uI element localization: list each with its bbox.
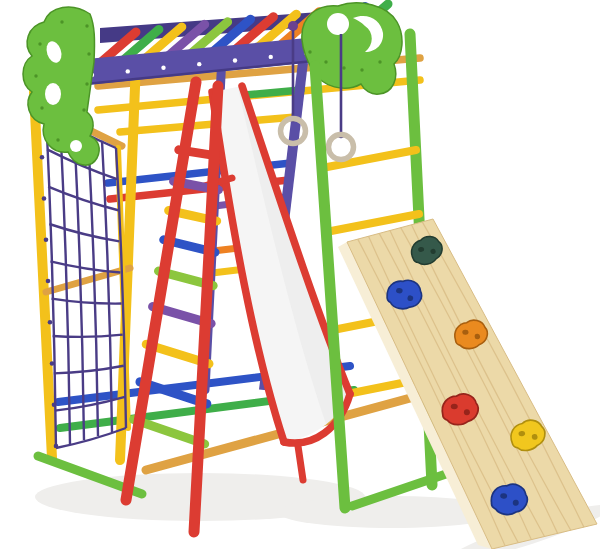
- net-knot: [54, 444, 59, 449]
- screw-dot: [161, 66, 165, 70]
- panel-screw: [56, 138, 59, 141]
- rope-knot: [288, 21, 298, 31]
- panel-screw: [378, 60, 381, 63]
- panel-screw: [342, 66, 345, 69]
- net-rope-vertical: [60, 119, 70, 444]
- net-knot: [42, 196, 47, 201]
- screw-dot: [233, 58, 237, 62]
- net-rope-horizontal: [53, 335, 123, 337]
- screw-dot: [269, 55, 273, 59]
- panel-screw: [324, 60, 327, 63]
- panel-screw: [87, 52, 90, 55]
- panel-screw: [60, 20, 63, 23]
- gym-ring: [329, 135, 354, 160]
- screw-dot: [126, 69, 130, 73]
- net-rope-horizontal: [52, 299, 122, 304]
- play-gym-illustration: Colorful children's wooden indoor play g…: [0, 0, 600, 549]
- panel-screw: [85, 24, 88, 27]
- left-panel-cutout: [70, 140, 82, 152]
- net-rope-horizontal: [50, 261, 120, 272]
- panel-screw: [360, 68, 363, 71]
- net-front-post: [34, 92, 52, 458]
- screw-dot: [197, 62, 201, 66]
- hold-hole: [464, 409, 470, 415]
- panel-screw: [40, 106, 43, 109]
- slide-leg: [298, 446, 303, 480]
- panel-screw: [34, 74, 37, 77]
- net-rope-vertical: [88, 134, 98, 436]
- product-photo: Colorful children's wooden indoor play g…: [0, 0, 600, 549]
- net-knot: [46, 279, 51, 284]
- panel-screw: [85, 82, 88, 85]
- net-knot: [40, 155, 45, 160]
- climbing-hold: [442, 394, 478, 425]
- net-rope-horizontal: [54, 366, 124, 374]
- hold-body: [442, 394, 478, 425]
- net-knot: [50, 361, 55, 366]
- net-knot: [52, 402, 57, 407]
- panel-screw: [82, 108, 85, 111]
- net-rope-horizontal: [49, 224, 119, 241]
- back-wall-bar: [120, 117, 296, 132]
- panel-screw: [38, 42, 41, 45]
- right-panel-cutout: [327, 13, 349, 35]
- net-knot: [48, 320, 53, 325]
- panel-screw: [308, 50, 311, 53]
- hold-hole: [451, 404, 458, 410]
- left-panel-cutout: [45, 83, 61, 105]
- net-knot: [44, 237, 49, 242]
